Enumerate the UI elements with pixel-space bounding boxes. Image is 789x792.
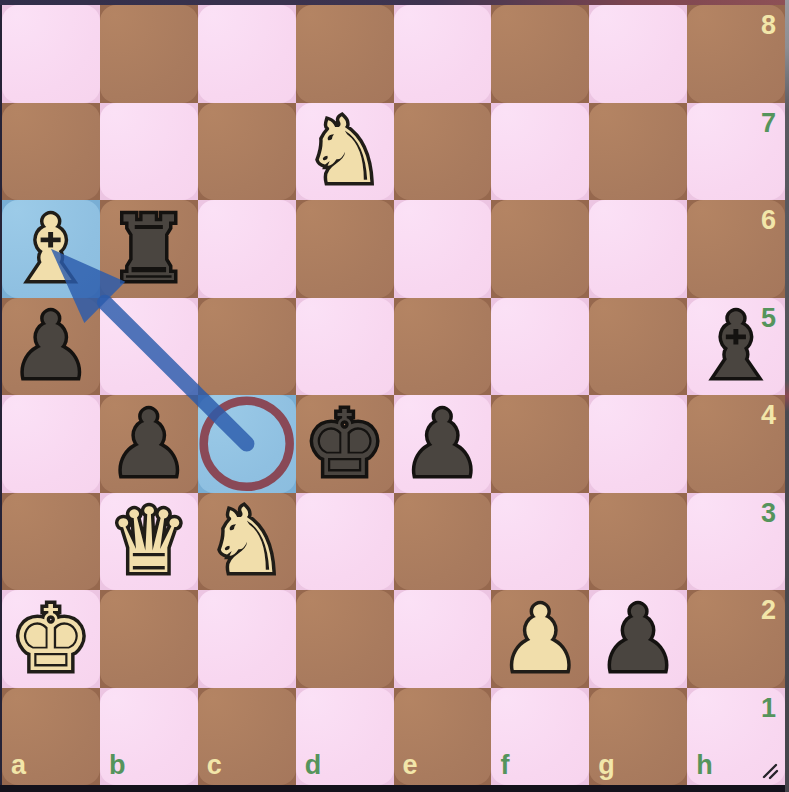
square-face	[100, 590, 198, 688]
square-face	[394, 493, 492, 591]
piece-fill-layer: ♟	[11, 301, 92, 391]
square-e3[interactable]	[394, 493, 492, 591]
square-face	[491, 395, 589, 493]
square-h8[interactable]: 8	[687, 5, 785, 103]
rank-label-5: 5	[761, 305, 776, 332]
square-h5[interactable]: 5♝♝	[687, 298, 785, 396]
square-g2[interactable]: ♟♟	[589, 590, 687, 688]
square-g3[interactable]	[589, 493, 687, 591]
file-label-c: c	[207, 752, 222, 779]
square-g4[interactable]	[589, 395, 687, 493]
white-queen[interactable]: ♛♛	[100, 493, 198, 591]
square-face	[198, 298, 296, 396]
piece-fill-layer: ♟	[402, 399, 483, 489]
square-c5[interactable]	[198, 298, 296, 396]
square-g5[interactable]	[589, 298, 687, 396]
black-rook[interactable]: ♜♜	[100, 200, 198, 298]
square-e6[interactable]	[394, 200, 492, 298]
square-face	[296, 493, 394, 591]
square-f2[interactable]: ♟♟	[491, 590, 589, 688]
square-face	[296, 200, 394, 298]
square-f8[interactable]	[491, 5, 589, 103]
black-king[interactable]: ♚♚	[296, 395, 394, 493]
square-d7[interactable]: ♞♞	[296, 103, 394, 201]
square-b3[interactable]: ♛♛	[100, 493, 198, 591]
square-face	[100, 103, 198, 201]
black-pawn[interactable]: ♟♟	[100, 395, 198, 493]
square-face	[394, 200, 492, 298]
square-a6[interactable]: ♝♝	[2, 200, 100, 298]
square-c2[interactable]	[198, 590, 296, 688]
square-face	[198, 395, 296, 493]
square-h4[interactable]: 4	[687, 395, 785, 493]
chess-board: 8♞♞7♝♝♜♜6♟♟5♝♝♟♟♚♚♟♟4♛♛♞♞3♚♚♟♟♟♟2abcdefg…	[2, 5, 785, 785]
square-e7[interactable]	[394, 103, 492, 201]
square-face	[491, 5, 589, 103]
square-b5[interactable]	[100, 298, 198, 396]
square-d5[interactable]	[296, 298, 394, 396]
white-pawn[interactable]: ♟♟	[491, 590, 589, 688]
square-b7[interactable]	[100, 103, 198, 201]
square-e8[interactable]	[394, 5, 492, 103]
square-d6[interactable]	[296, 200, 394, 298]
square-f4[interactable]	[491, 395, 589, 493]
square-face	[589, 395, 687, 493]
file-label-h: h	[696, 752, 713, 779]
rank-label-8: 8	[761, 12, 776, 39]
square-g7[interactable]	[589, 103, 687, 201]
piece-fill-layer: ♛	[108, 496, 189, 586]
square-face	[394, 5, 492, 103]
square-face	[2, 103, 100, 201]
square-face	[198, 5, 296, 103]
file-label-g: g	[598, 752, 615, 779]
piece-fill-layer: ♚	[304, 399, 385, 489]
square-c4[interactable]	[198, 395, 296, 493]
file-label-b: b	[109, 752, 126, 779]
square-face	[491, 200, 589, 298]
white-king[interactable]: ♚♚	[2, 590, 100, 688]
square-f3[interactable]	[491, 493, 589, 591]
square-b8[interactable]	[100, 5, 198, 103]
piece-fill-layer: ♚	[11, 594, 92, 684]
square-e4[interactable]: ♟♟	[394, 395, 492, 493]
square-a4[interactable]	[2, 395, 100, 493]
square-f5[interactable]	[491, 298, 589, 396]
square-a7[interactable]	[2, 103, 100, 201]
square-a1[interactable]: a	[2, 688, 100, 786]
square-face	[491, 493, 589, 591]
square-c1[interactable]: c	[198, 688, 296, 786]
white-knight[interactable]: ♞♞	[296, 103, 394, 201]
square-face	[589, 5, 687, 103]
piece-fill-layer: ♞	[206, 496, 287, 586]
rank-label-6: 6	[761, 207, 776, 234]
square-h2[interactable]: 2	[687, 590, 785, 688]
square-a8[interactable]	[2, 5, 100, 103]
file-label-f: f	[500, 752, 509, 779]
square-f1[interactable]: f	[491, 688, 589, 786]
rank-label-7: 7	[761, 110, 776, 137]
piece-fill-layer: ♟	[598, 594, 679, 684]
rank-label-1: 1	[761, 695, 776, 722]
square-face	[589, 200, 687, 298]
square-e2[interactable]	[394, 590, 492, 688]
square-face	[2, 5, 100, 103]
square-face	[2, 395, 100, 493]
page-scrollbar[interactable]	[785, 0, 789, 792]
piece-fill-layer: ♟	[108, 399, 189, 489]
square-face	[589, 298, 687, 396]
file-label-e: e	[403, 752, 418, 779]
square-e5[interactable]	[394, 298, 492, 396]
square-face	[589, 103, 687, 201]
square-g6[interactable]	[589, 200, 687, 298]
black-pawn[interactable]: ♟♟	[589, 590, 687, 688]
square-face	[296, 298, 394, 396]
square-b1[interactable]: b	[100, 688, 198, 786]
square-face	[198, 200, 296, 298]
rank-label-2: 2	[761, 597, 776, 624]
piece-fill-layer: ♞	[304, 106, 385, 196]
square-h7[interactable]: 7	[687, 103, 785, 201]
square-f7[interactable]	[491, 103, 589, 201]
square-c7[interactable]	[198, 103, 296, 201]
square-face	[491, 298, 589, 396]
square-face	[491, 103, 589, 201]
square-b2[interactable]	[100, 590, 198, 688]
square-d2[interactable]	[296, 590, 394, 688]
square-face	[296, 5, 394, 103]
square-b4[interactable]: ♟♟	[100, 395, 198, 493]
square-g8[interactable]	[589, 5, 687, 103]
square-c8[interactable]	[198, 5, 296, 103]
page-background-bottom	[0, 785, 789, 792]
file-label-a: a	[11, 752, 26, 779]
square-f6[interactable]	[491, 200, 589, 298]
square-a2[interactable]: ♚♚	[2, 590, 100, 688]
square-d4[interactable]: ♚♚	[296, 395, 394, 493]
square-h6[interactable]: 6	[687, 200, 785, 298]
black-pawn[interactable]: ♟♟	[2, 298, 100, 396]
square-a3[interactable]	[2, 493, 100, 591]
black-pawn[interactable]: ♟♟	[394, 395, 492, 493]
rank-label-4: 4	[761, 402, 776, 429]
square-b6[interactable]: ♜♜	[100, 200, 198, 298]
piece-fill-layer: ♝	[11, 204, 92, 294]
square-face	[2, 493, 100, 591]
square-d8[interactable]	[296, 5, 394, 103]
board-resize-handle[interactable]	[761, 762, 779, 780]
square-face	[589, 493, 687, 591]
square-face	[100, 5, 198, 103]
square-c3[interactable]: ♞♞	[198, 493, 296, 591]
square-face	[394, 298, 492, 396]
square-face	[198, 103, 296, 201]
square-h3[interactable]: 3	[687, 493, 785, 591]
square-face	[394, 590, 492, 688]
square-d1[interactable]: d	[296, 688, 394, 786]
square-g1[interactable]: g	[589, 688, 687, 786]
square-face	[100, 298, 198, 396]
piece-fill-layer: ♜	[108, 204, 189, 294]
square-e1[interactable]: e	[394, 688, 492, 786]
rank-label-3: 3	[761, 500, 776, 527]
square-c6[interactable]	[198, 200, 296, 298]
white-knight[interactable]: ♞♞	[198, 493, 296, 591]
square-face	[296, 590, 394, 688]
file-label-d: d	[305, 752, 322, 779]
piece-fill-layer: ♟	[500, 594, 581, 684]
square-a5[interactable]: ♟♟	[2, 298, 100, 396]
square-face	[198, 590, 296, 688]
white-bishop[interactable]: ♝♝	[2, 200, 100, 298]
square-face	[394, 103, 492, 201]
square-d3[interactable]	[296, 493, 394, 591]
